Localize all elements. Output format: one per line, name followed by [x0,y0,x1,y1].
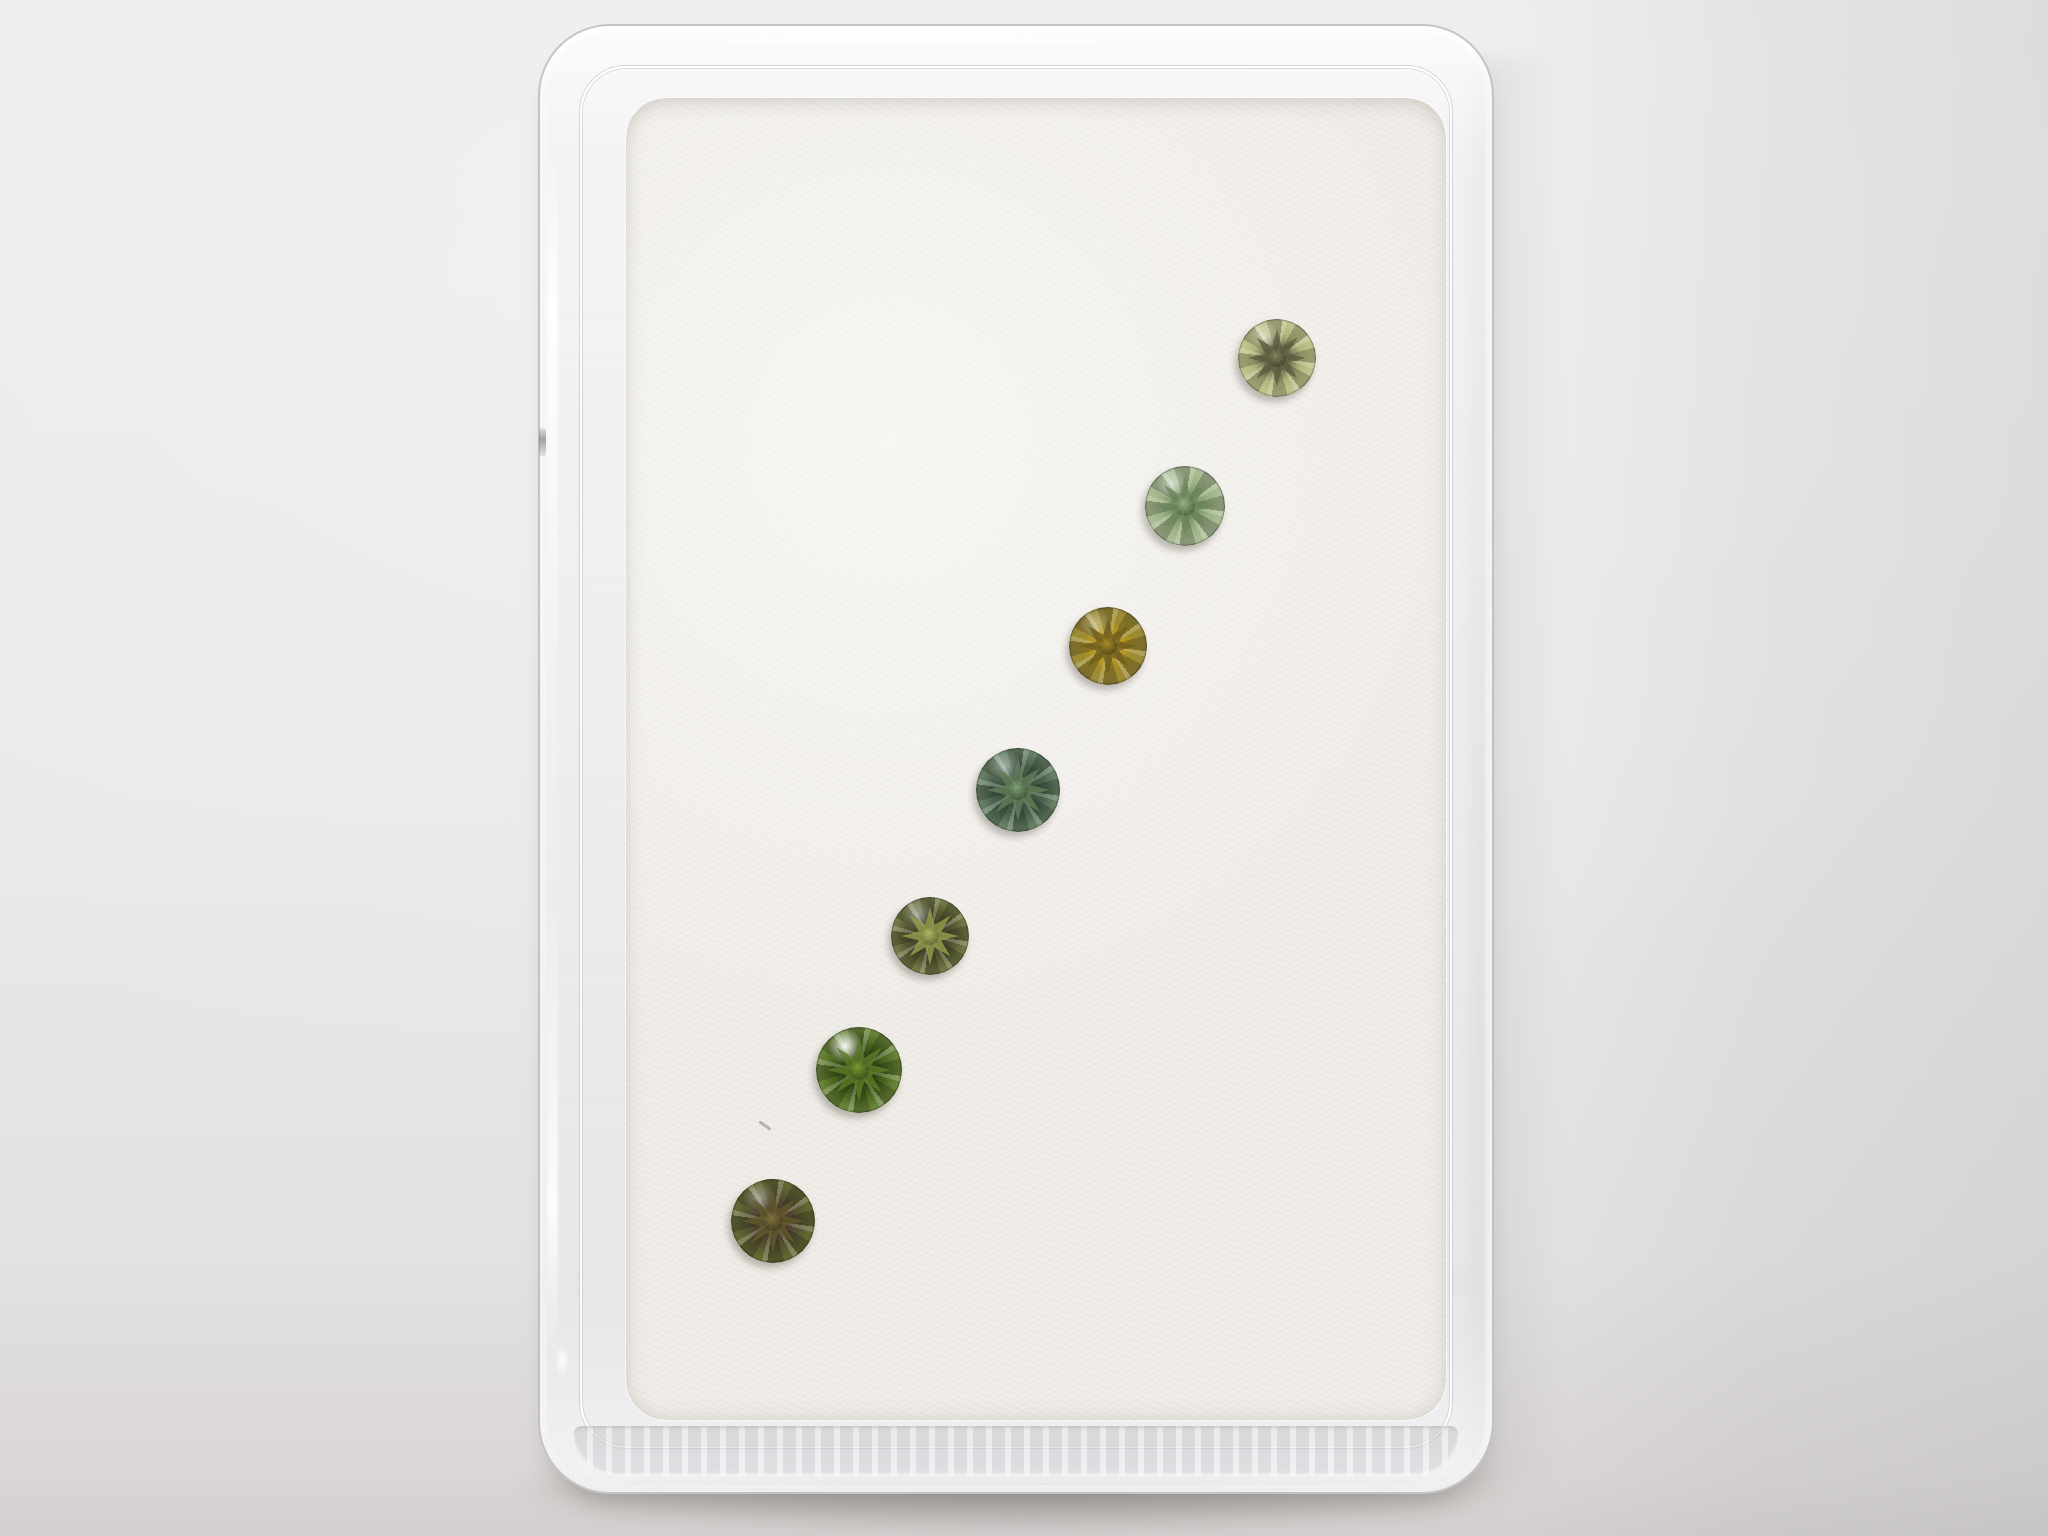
latch-notch [539,428,546,456]
gemstone-1 [1238,319,1316,397]
left-edge-specular-highlight [547,136,558,1356]
left-edge-glint [554,1344,570,1378]
gemstone-3 [1069,607,1147,685]
gemstone-2 [1145,466,1225,546]
top-edge-specular-highlight [660,33,1360,43]
photo-background [0,0,2048,1536]
gemstone-6 [816,1027,902,1113]
gemstone-5 [891,897,969,975]
gemstone-7 [731,1179,815,1263]
gemstone-4 [976,748,1060,832]
bottom-rim-ridges [574,1426,1458,1476]
